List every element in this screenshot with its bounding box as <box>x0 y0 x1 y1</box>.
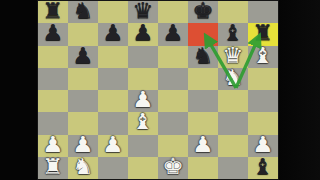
square-b4[interactable] <box>68 90 98 112</box>
square-d3[interactable]: ♝ <box>128 112 158 134</box>
piece-black-pawn-c7[interactable]: ♟ <box>97 23 129 45</box>
square-h4[interactable] <box>248 90 278 112</box>
piece-white-pawn-c2[interactable]: ♟ <box>97 134 129 156</box>
piece-black-bishop-h1[interactable]: ♝ <box>247 156 279 178</box>
square-e4[interactable] <box>158 90 188 112</box>
piece-black-knight-b8[interactable]: ♞ <box>67 0 99 22</box>
square-g2[interactable] <box>218 135 248 157</box>
square-h1[interactable]: ♝ <box>248 157 278 179</box>
piece-white-knight-g5[interactable]: ♞ <box>217 67 249 89</box>
piece-black-pawn-d7[interactable]: ♟ <box>127 23 159 45</box>
square-g1[interactable] <box>218 157 248 179</box>
piece-white-pawn-d4[interactable]: ♟ <box>127 89 159 111</box>
square-a4[interactable] <box>38 90 68 112</box>
square-f5[interactable] <box>188 68 218 90</box>
square-c1[interactable] <box>98 157 128 179</box>
square-f4[interactable] <box>188 90 218 112</box>
square-b1[interactable]: ♞ <box>68 157 98 179</box>
piece-black-rook-h7[interactable]: ♜ <box>247 23 279 45</box>
square-b6[interactable]: ♟ <box>68 46 98 68</box>
video-frame: ♜♞♛♚♟♟♟♟♝♜♟♞♛♝♞♟♝♟♟♟♟♟♜♞♚♝ <box>0 0 320 180</box>
square-g5[interactable]: ♞ <box>218 68 248 90</box>
square-c7[interactable]: ♟ <box>98 23 128 45</box>
square-e7[interactable]: ♟ <box>158 23 188 45</box>
piece-white-knight-b1[interactable]: ♞ <box>67 156 99 178</box>
square-d6[interactable] <box>128 46 158 68</box>
piece-white-pawn-f2[interactable]: ♟ <box>187 134 219 156</box>
square-c2[interactable]: ♟ <box>98 135 128 157</box>
letterbox-left <box>0 0 38 180</box>
square-a1[interactable]: ♜ <box>38 157 68 179</box>
piece-black-rook-a8[interactable]: ♜ <box>37 0 69 22</box>
square-g4[interactable] <box>218 90 248 112</box>
piece-black-king-f8[interactable]: ♚ <box>187 0 219 22</box>
piece-white-pawn-a2[interactable]: ♟ <box>37 134 69 156</box>
piece-white-pawn-b2[interactable]: ♟ <box>67 134 99 156</box>
square-d7[interactable]: ♟ <box>128 23 158 45</box>
piece-white-queen-g6[interactable]: ♛ <box>217 45 249 67</box>
piece-white-bishop-d3[interactable]: ♝ <box>127 112 159 134</box>
square-d2[interactable] <box>128 135 158 157</box>
square-e1[interactable]: ♚ <box>158 157 188 179</box>
square-c5[interactable] <box>98 68 128 90</box>
piece-white-bishop-h6[interactable]: ♝ <box>247 45 279 67</box>
square-f8[interactable]: ♚ <box>188 1 218 23</box>
piece-black-queen-d8[interactable]: ♛ <box>127 0 159 22</box>
square-f1[interactable] <box>188 157 218 179</box>
piece-white-king-e1[interactable]: ♚ <box>157 156 189 178</box>
square-a5[interactable] <box>38 68 68 90</box>
square-e5[interactable] <box>158 68 188 90</box>
piece-black-bishop-g7[interactable]: ♝ <box>217 23 249 45</box>
square-f6[interactable]: ♞ <box>188 46 218 68</box>
square-e6[interactable] <box>158 46 188 68</box>
square-b8[interactable]: ♞ <box>68 1 98 23</box>
square-g3[interactable] <box>218 112 248 134</box>
piece-black-pawn-a7[interactable]: ♟ <box>37 23 69 45</box>
piece-white-rook-a1[interactable]: ♜ <box>37 156 69 178</box>
square-e3[interactable] <box>158 112 188 134</box>
square-a6[interactable] <box>38 46 68 68</box>
square-c6[interactable] <box>98 46 128 68</box>
square-a7[interactable]: ♟ <box>38 23 68 45</box>
square-d1[interactable] <box>128 157 158 179</box>
square-h5[interactable] <box>248 68 278 90</box>
letterbox-right <box>278 0 320 180</box>
chess-board: ♜♞♛♚♟♟♟♟♝♜♟♞♛♝♞♟♝♟♟♟♟♟♜♞♚♝ <box>38 1 278 179</box>
piece-black-pawn-b6[interactable]: ♟ <box>67 45 99 67</box>
square-b5[interactable] <box>68 68 98 90</box>
piece-white-pawn-h2[interactable]: ♟ <box>247 134 279 156</box>
piece-black-knight-f6[interactable]: ♞ <box>187 45 219 67</box>
square-h6[interactable]: ♝ <box>248 46 278 68</box>
square-f2[interactable]: ♟ <box>188 135 218 157</box>
piece-black-pawn-e7[interactable]: ♟ <box>157 23 189 45</box>
square-c4[interactable] <box>98 90 128 112</box>
